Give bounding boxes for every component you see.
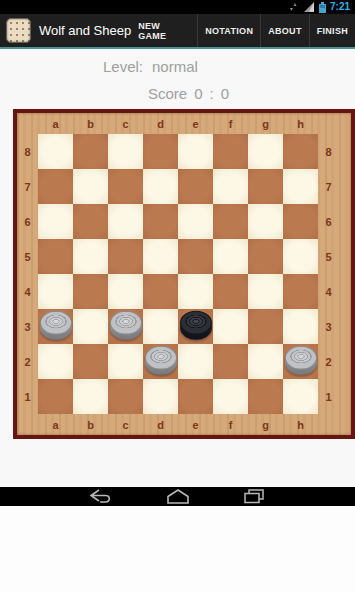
- frame-corner: [17, 113, 38, 134]
- file-label-d-bottom: d: [143, 414, 178, 435]
- square-e8[interactable]: [178, 134, 213, 169]
- rank-label-4-right: 4: [318, 274, 339, 309]
- square-f2[interactable]: [213, 344, 248, 379]
- square-g2[interactable]: [248, 344, 283, 379]
- square-d8[interactable]: [143, 134, 178, 169]
- checker-piece-white[interactable]: [285, 345, 317, 374]
- square-a3[interactable]: [38, 309, 73, 344]
- frame-corner: [17, 414, 38, 435]
- menu-item-about[interactable]: ABOUT: [260, 14, 309, 47]
- square-f7[interactable]: [213, 169, 248, 204]
- square-a8[interactable]: [38, 134, 73, 169]
- file-label-a-top: a: [38, 113, 73, 134]
- square-b5[interactable]: [73, 239, 108, 274]
- square-e6[interactable]: [178, 204, 213, 239]
- square-b7[interactable]: [73, 169, 108, 204]
- square-a2[interactable]: [38, 344, 73, 379]
- battery-icon: [319, 2, 326, 13]
- square-b1[interactable]: [73, 379, 108, 414]
- app-icon: [6, 18, 31, 43]
- back-icon[interactable]: [89, 488, 113, 504]
- file-label-b-top: b: [73, 113, 108, 134]
- file-label-d-top: d: [143, 113, 178, 134]
- rank-label-3-right: 3: [318, 309, 339, 344]
- square-d4[interactable]: [143, 274, 178, 309]
- square-g4[interactable]: [248, 274, 283, 309]
- square-g1[interactable]: [248, 379, 283, 414]
- square-h7[interactable]: [283, 169, 318, 204]
- square-g8[interactable]: [248, 134, 283, 169]
- checker-piece-white[interactable]: [40, 310, 72, 339]
- square-h5[interactable]: [283, 239, 318, 274]
- file-label-g-bottom: g: [248, 414, 283, 435]
- app-bar: Wolf and Sheep NEW GAME NOTATION ABOUT F…: [0, 14, 355, 47]
- signal-strength-icon: [304, 2, 315, 12]
- square-e3[interactable]: [178, 309, 213, 344]
- square-b4[interactable]: [73, 274, 108, 309]
- square-e7[interactable]: [178, 169, 213, 204]
- network-activity-icon: [289, 2, 300, 12]
- square-g5[interactable]: [248, 239, 283, 274]
- score-row: Score0:0: [148, 85, 355, 102]
- piece-face: [180, 310, 212, 334]
- square-f6[interactable]: [213, 204, 248, 239]
- app-title: Wolf and Sheep: [39, 23, 131, 38]
- square-a7[interactable]: [38, 169, 73, 204]
- square-f8[interactable]: [213, 134, 248, 169]
- square-d5[interactable]: [143, 239, 178, 274]
- file-label-f-top: f: [213, 113, 248, 134]
- file-label-e-bottom: e: [178, 414, 213, 435]
- level-value: normal: [152, 58, 198, 75]
- square-a5[interactable]: [38, 239, 73, 274]
- home-icon[interactable]: [165, 488, 191, 504]
- frame-corner: [318, 414, 339, 435]
- square-c5[interactable]: [108, 239, 143, 274]
- checker-piece-white[interactable]: [110, 310, 142, 339]
- file-label-h-top: h: [283, 113, 318, 134]
- rank-label-4-left: 4: [17, 274, 38, 309]
- square-a6[interactable]: [38, 204, 73, 239]
- menu-item-new-game[interactable]: NEW GAME: [131, 14, 197, 47]
- score-white: 0: [194, 85, 202, 102]
- rank-label-5-right: 5: [318, 239, 339, 274]
- square-e1[interactable]: [178, 379, 213, 414]
- rank-label-2-right: 2: [318, 344, 339, 379]
- square-f4[interactable]: [213, 274, 248, 309]
- level-label: Level:: [103, 58, 143, 75]
- checkers-board: abcdefgh8877665544332211abcdefgh: [13, 109, 355, 439]
- square-d2[interactable]: [143, 344, 178, 379]
- square-c8[interactable]: [108, 134, 143, 169]
- square-c2[interactable]: [108, 344, 143, 379]
- score-black: 0: [221, 85, 229, 102]
- piece-face: [40, 310, 72, 334]
- square-a1[interactable]: [38, 379, 73, 414]
- square-e2[interactable]: [178, 344, 213, 379]
- bottom-blank-area: [0, 506, 355, 592]
- score-label: Score: [148, 85, 187, 102]
- square-h8[interactable]: [283, 134, 318, 169]
- android-nav-bar: [0, 487, 355, 506]
- square-d6[interactable]: [143, 204, 178, 239]
- square-h4[interactable]: [283, 274, 318, 309]
- square-a4[interactable]: [38, 274, 73, 309]
- rank-label-1-left: 1: [17, 379, 38, 414]
- rank-label-2-left: 2: [17, 344, 38, 379]
- square-h2[interactable]: [283, 344, 318, 379]
- status-bar: 7:21: [0, 0, 355, 14]
- rank-label-1-right: 1: [318, 379, 339, 414]
- square-c7[interactable]: [108, 169, 143, 204]
- square-e4[interactable]: [178, 274, 213, 309]
- square-b2[interactable]: [73, 344, 108, 379]
- rank-label-5-left: 5: [17, 239, 38, 274]
- game-content: Level:normal Score0:0 abcdefgh8877665544…: [0, 49, 355, 487]
- file-label-h-bottom: h: [283, 414, 318, 435]
- checker-piece-black[interactable]: [180, 310, 212, 339]
- square-f5[interactable]: [213, 239, 248, 274]
- rank-label-3-left: 3: [17, 309, 38, 344]
- file-label-c-top: c: [108, 113, 143, 134]
- square-g3[interactable]: [248, 309, 283, 344]
- menu-item-notation[interactable]: NOTATION: [197, 14, 260, 47]
- checker-piece-white[interactable]: [145, 345, 177, 374]
- square-c1[interactable]: [108, 379, 143, 414]
- square-h1[interactable]: [283, 379, 318, 414]
- square-c6[interactable]: [108, 204, 143, 239]
- status-time: 7:21: [330, 0, 350, 14]
- file-label-b-bottom: b: [73, 414, 108, 435]
- screen: 7:21 Wolf and Sheep NEW GAME NOTATION AB…: [0, 0, 355, 592]
- square-g6[interactable]: [248, 204, 283, 239]
- square-e5[interactable]: [178, 239, 213, 274]
- square-h3[interactable]: [283, 309, 318, 344]
- file-label-g-top: g: [248, 113, 283, 134]
- square-b6[interactable]: [73, 204, 108, 239]
- rank-label-6-left: 6: [17, 204, 38, 239]
- rank-label-7-left: 7: [17, 169, 38, 204]
- square-b3[interactable]: [73, 309, 108, 344]
- square-f1[interactable]: [213, 379, 248, 414]
- square-g7[interactable]: [248, 169, 283, 204]
- file-label-a-bottom: a: [38, 414, 73, 435]
- action-bar-menu: NEW GAME NOTATION ABOUT FINISH: [131, 14, 355, 47]
- rank-label-6-right: 6: [318, 204, 339, 239]
- rank-label-8-right: 8: [318, 134, 339, 169]
- square-d7[interactable]: [143, 169, 178, 204]
- square-c3[interactable]: [108, 309, 143, 344]
- rank-label-7-right: 7: [318, 169, 339, 204]
- square-d1[interactable]: [143, 379, 178, 414]
- rank-label-8-left: 8: [17, 134, 38, 169]
- level-row: Level:normal: [103, 49, 355, 75]
- piece-face: [145, 345, 177, 369]
- square-d3[interactable]: [143, 309, 178, 344]
- file-label-f-bottom: f: [213, 414, 248, 435]
- square-h6[interactable]: [283, 204, 318, 239]
- piece-face: [285, 345, 317, 369]
- file-label-e-top: e: [178, 113, 213, 134]
- piece-face: [110, 310, 142, 334]
- score-separator: :: [210, 85, 214, 102]
- frame-corner: [318, 113, 339, 134]
- file-label-c-bottom: c: [108, 414, 143, 435]
- square-b8[interactable]: [73, 134, 108, 169]
- square-c4[interactable]: [108, 274, 143, 309]
- recents-icon[interactable]: [241, 488, 266, 504]
- menu-item-finish[interactable]: FINISH: [309, 14, 355, 47]
- square-f3[interactable]: [213, 309, 248, 344]
